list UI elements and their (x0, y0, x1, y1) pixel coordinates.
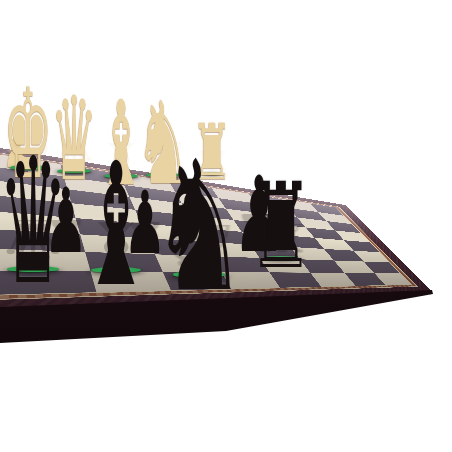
black-queen: ♛ (0, 135, 68, 309)
black-bishop: ♝ (81, 140, 151, 310)
black-knight: ♞ (151, 137, 248, 317)
pieces-layer: ♟♟♚♚♛♛♜♜♞♞♝♝♟♟♟♟♟♟♜♜♛♛♝♝♞♞ (0, 0, 452, 452)
black-rook: ♜ (248, 167, 314, 285)
chess-set-product-photo: ♟♟♚♚♛♛♜♜♞♞♝♝♟♟♟♟♟♟♜♜♛♛♝♝♞♞ (0, 0, 452, 452)
